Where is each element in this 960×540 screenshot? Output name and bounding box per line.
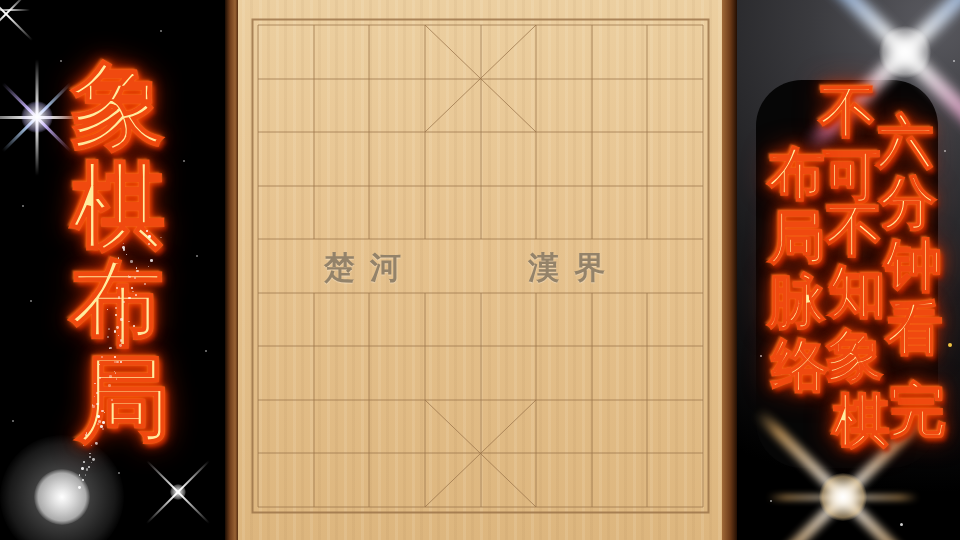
xiangqi-board[interactable] xyxy=(225,0,737,540)
river-label-right: 漢界 xyxy=(528,247,620,289)
board-grid xyxy=(225,0,737,540)
video-frame: 楚河 漢界 車馬象士将士象馬車炮炮卒卒卒卒卒兵兵兵兵兵炮炮車馬相仕帥仕相馬車 1… xyxy=(0,0,960,540)
title-panel xyxy=(756,80,938,468)
river-label-left: 楚河 xyxy=(324,247,416,289)
left-background xyxy=(0,0,225,540)
